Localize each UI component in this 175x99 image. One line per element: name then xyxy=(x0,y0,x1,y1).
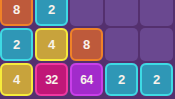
tile-64[interactable]: 64 xyxy=(70,63,103,96)
cell-r1-c1: 8 xyxy=(0,0,33,26)
tile-2[interactable]: 2 xyxy=(140,63,173,96)
tile-2[interactable]: 2 xyxy=(105,63,138,96)
cell-r2-c1: 2 xyxy=(0,28,33,61)
cell-r1-c4 xyxy=(105,0,138,26)
cell-r3-c1: 4 xyxy=(0,63,33,96)
cell-r3-c4: 2 xyxy=(105,63,138,96)
tile-2[interactable]: 2 xyxy=(0,28,33,61)
cell-r3-c5: 2 xyxy=(140,63,173,96)
cell-r2-c3: 8 xyxy=(70,28,103,61)
cell-r1-c2: 2 xyxy=(35,0,68,26)
tile-4[interactable]: 4 xyxy=(35,28,68,61)
cell-r3-c2: 32 xyxy=(35,63,68,96)
tile-32[interactable]: 32 xyxy=(35,63,68,96)
cell-r2-c5 xyxy=(140,28,173,61)
cell-r3-c3: 64 xyxy=(70,63,103,96)
tile-4[interactable]: 4 xyxy=(0,63,33,96)
puzzle-board[interactable]: 822484326422 xyxy=(0,0,173,96)
tile-8[interactable]: 8 xyxy=(70,28,103,61)
tile-2[interactable]: 2 xyxy=(35,0,68,26)
tile-8[interactable]: 8 xyxy=(0,0,33,26)
cell-r1-c5 xyxy=(140,0,173,26)
cell-r2-c4 xyxy=(105,28,138,61)
cell-r1-c3 xyxy=(70,0,103,26)
cell-r2-c2: 4 xyxy=(35,28,68,61)
game-viewport: 822484326422 xyxy=(0,0,175,99)
